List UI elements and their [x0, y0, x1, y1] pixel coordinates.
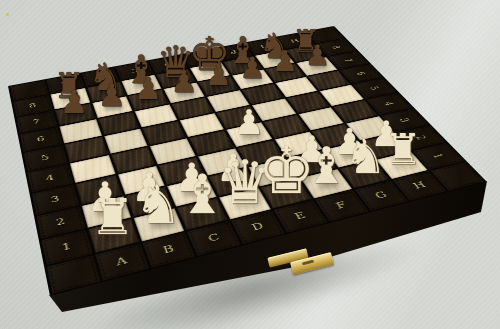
piece-black-pawn-f7[interactable]: ♟ — [239, 54, 265, 83]
dust-speck — [6, 13, 9, 16]
piece-white-rook-h1[interactable]: ♜ — [384, 129, 422, 171]
piece-white-bishop-f1[interactable]: ♝ — [304, 141, 349, 191]
piece-white-knight-g1[interactable]: ♞ — [344, 133, 387, 181]
piece-white-knight-b1[interactable]: ♞ — [134, 179, 182, 232]
piece-black-pawn-b7[interactable]: ♟ — [98, 80, 126, 111]
piece-black-pawn-g7[interactable]: ♟ — [272, 48, 298, 77]
piece-black-pawn-a7[interactable]: ♟ — [60, 87, 89, 119]
piece-black-pawn-c7[interactable]: ♟ — [134, 73, 162, 104]
piece-black-pawn-e7[interactable]: ♟ — [205, 60, 232, 90]
piece-black-pawn-h7[interactable]: ♟ — [305, 42, 330, 70]
piece-black-pawn-d7[interactable]: ♟ — [170, 66, 197, 96]
piece-white-rook-a1[interactable]: ♜ — [91, 194, 135, 244]
chess-set-photo: ABCDEFGH8877665544332211ABCDEFGH ♜♞♝♛♚♝♞… — [0, 0, 500, 329]
